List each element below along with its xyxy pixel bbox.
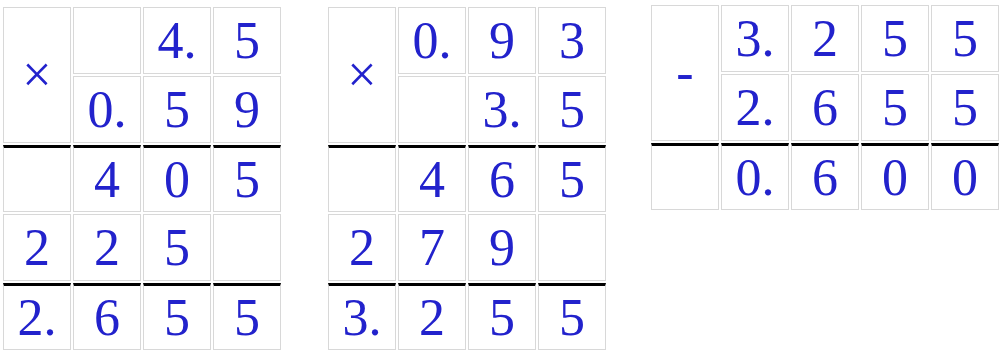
multiplication-2-cell-r5c2: 2 [398,283,466,350]
multiplication-1-cell-r2c3: 5 [143,76,211,143]
multiplication-grid-1: ×4.50.594052252.655 [3,7,281,350]
multiplication-1-cell-r3c1 [3,145,71,212]
subtraction-1-cell-r3c4: 0 [861,143,929,210]
subtraction-1-cell-r3c3: 6 [791,143,859,210]
multiplication-2-cell-r5c3: 5 [468,283,536,350]
subtraction-1-cell-r1c3: 2 [791,5,859,72]
multiplication-2-cell-r3c1 [328,145,396,212]
multiplication-2-multiply-operator: × [328,7,396,143]
multiplication-1-cell-r1c3: 4. [143,7,211,74]
subtraction-1-cell-r1c5: 5 [931,5,999,72]
multiplication-2-cell-r3c2: 4 [398,145,466,212]
subtraction-1-cell-r3c5: 0 [931,143,999,210]
multiplication-2-cell-r1c2: 0. [398,7,466,74]
multiplication-2-cell-r3c3: 6 [468,145,536,212]
subtraction-1-cell-r2c5: 5 [931,74,999,141]
multiplication-grid-2: ×0.933.54652793.255 [328,7,606,350]
multiplication-2-cell-r4c3: 9 [468,214,536,281]
multiplication-2-cell-r4c2: 7 [398,214,466,281]
multiplication-1-cell-r3c4: 5 [213,145,281,212]
multiplication-1-cell-r4c3: 5 [143,214,211,281]
subtraction-1-cell-r2c2: 2. [721,74,789,141]
subtraction-1-cell-r2c4: 5 [861,74,929,141]
multiplication-1-cell-r2c2: 0. [73,76,141,143]
multiplication-1-cell-r4c2: 2 [73,214,141,281]
multiplication-2-cell-r2c3: 3. [468,76,536,143]
multiplication-1-cell-r5c1: 2. [3,283,71,350]
multiplication-2-cell-r4c1: 2 [328,214,396,281]
subtraction-1-cell-r1c2: 3. [721,5,789,72]
subtraction-1-cell-r3c1 [651,143,719,210]
multiplication-1-cell-r4c4 [213,214,281,281]
multiplication-1-cell-r5c4: 5 [213,283,281,350]
multiplication-1-multiply-operator: × [3,7,71,143]
subtraction-1-cell-r1c4: 5 [861,5,929,72]
multiplication-1-cell-r5c2: 6 [73,283,141,350]
multiplication-2-cell-r2c4: 5 [538,76,606,143]
multiplication-2-cell-r1c4: 3 [538,7,606,74]
multiplication-1-cell-r1c2 [73,7,141,74]
multiplication-1-cell-r5c3: 5 [143,283,211,350]
multiplication-2-cell-r4c4 [538,214,606,281]
multiplication-1-cell-r3c2: 4 [73,145,141,212]
multiplication-1-cell-r3c3: 0 [143,145,211,212]
subtraction-1-cell-r2c3: 6 [791,74,859,141]
multiplication-2-cell-r2c2 [398,76,466,143]
multiplication-2-cell-r3c4: 5 [538,145,606,212]
multiplication-1-cell-r1c4: 5 [213,7,281,74]
multiplication-2-cell-r1c3: 9 [468,7,536,74]
multiplication-2-cell-r5c1: 3. [328,283,396,350]
subtraction-1-cell-r3c2: 0. [721,143,789,210]
subtraction-grid: -3.2552.6550.600 [651,5,999,210]
multiplication-2-cell-r5c4: 5 [538,283,606,350]
multiplication-1-cell-r4c1: 2 [3,214,71,281]
arithmetic-worksheet: ×4.50.594052252.655 ×0.933.54652793.255 … [0,0,1007,359]
multiplication-1-cell-r2c4: 9 [213,76,281,143]
subtraction-1-minus-operator: - [651,5,719,141]
